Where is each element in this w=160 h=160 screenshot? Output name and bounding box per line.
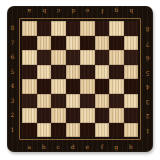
square-f6[interactable] — [95, 50, 110, 65]
rank-label: 1 — [142, 123, 153, 138]
square-d8[interactable] — [66, 21, 81, 36]
rank-label: 4 — [142, 79, 153, 94]
square-g5[interactable] — [109, 65, 124, 80]
square-a6[interactable] — [22, 50, 37, 65]
page-background: abcdefgh abcdefgh 87654321 87654321 — [0, 0, 160, 160]
file-label: f — [95, 6, 110, 17]
file-label: c — [51, 141, 66, 152]
square-g7[interactable] — [109, 36, 124, 51]
square-f1[interactable] — [95, 123, 110, 138]
square-e8[interactable] — [80, 21, 95, 36]
square-a1[interactable] — [22, 123, 37, 138]
square-g4[interactable] — [109, 79, 124, 94]
rank-label: 8 — [7, 21, 18, 36]
rank-label: 5 — [7, 65, 18, 80]
square-b2[interactable] — [37, 108, 52, 123]
square-c4[interactable] — [51, 79, 66, 94]
square-a2[interactable] — [22, 108, 37, 123]
square-c7[interactable] — [51, 36, 66, 51]
square-h2[interactable] — [124, 108, 139, 123]
square-f5[interactable] — [95, 65, 110, 80]
rank-label: 3 — [142, 94, 153, 109]
square-h4[interactable] — [124, 79, 139, 94]
square-d2[interactable] — [66, 108, 81, 123]
square-e6[interactable] — [80, 50, 95, 65]
square-a5[interactable] — [22, 65, 37, 80]
square-a3[interactable] — [22, 94, 37, 109]
square-g6[interactable] — [109, 50, 124, 65]
square-f8[interactable] — [95, 21, 110, 36]
file-label: a — [22, 141, 37, 152]
file-label: h — [124, 141, 139, 152]
square-g3[interactable] — [109, 94, 124, 109]
square-b6[interactable] — [37, 50, 52, 65]
square-d3[interactable] — [66, 94, 81, 109]
square-e5[interactable] — [80, 65, 95, 80]
board-squares — [22, 21, 138, 137]
square-g8[interactable] — [109, 21, 124, 36]
square-f3[interactable] — [95, 94, 110, 109]
square-b1[interactable] — [37, 123, 52, 138]
square-d4[interactable] — [66, 79, 81, 94]
square-h7[interactable] — [124, 36, 139, 51]
file-labels-top: abcdefgh — [22, 6, 138, 17]
rank-label: 2 — [142, 108, 153, 123]
square-e2[interactable] — [80, 108, 95, 123]
square-f2[interactable] — [95, 108, 110, 123]
square-f4[interactable] — [95, 79, 110, 94]
square-d7[interactable] — [66, 36, 81, 51]
rank-label: 3 — [7, 94, 18, 109]
square-c1[interactable] — [51, 123, 66, 138]
square-d6[interactable] — [66, 50, 81, 65]
rank-label: 2 — [7, 108, 18, 123]
square-d5[interactable] — [66, 65, 81, 80]
rank-labels-right: 87654321 — [142, 21, 153, 137]
file-label: h — [124, 6, 139, 17]
rank-label: 5 — [142, 65, 153, 80]
square-b4[interactable] — [37, 79, 52, 94]
square-c5[interactable] — [51, 65, 66, 80]
rank-labels-left: 87654321 — [7, 21, 18, 137]
square-c8[interactable] — [51, 21, 66, 36]
rank-label: 7 — [7, 36, 18, 51]
file-label: d — [66, 141, 81, 152]
file-labels-bottom: abcdefgh — [22, 141, 138, 152]
rank-label: 6 — [7, 50, 18, 65]
chess-board: abcdefgh abcdefgh 87654321 87654321 — [7, 6, 153, 152]
file-label: c — [51, 6, 66, 17]
square-g2[interactable] — [109, 108, 124, 123]
square-c2[interactable] — [51, 108, 66, 123]
square-b8[interactable] — [37, 21, 52, 36]
rank-label: 7 — [142, 36, 153, 51]
square-c6[interactable] — [51, 50, 66, 65]
square-a4[interactable] — [22, 79, 37, 94]
square-a7[interactable] — [22, 36, 37, 51]
square-h6[interactable] — [124, 50, 139, 65]
square-h1[interactable] — [124, 123, 139, 138]
file-label: g — [109, 6, 124, 17]
rank-label: 1 — [7, 123, 18, 138]
file-label: e — [80, 6, 95, 17]
file-label: e — [80, 141, 95, 152]
file-label: a — [22, 6, 37, 17]
square-e4[interactable] — [80, 79, 95, 94]
file-label: b — [37, 141, 52, 152]
square-e3[interactable] — [80, 94, 95, 109]
square-e7[interactable] — [80, 36, 95, 51]
square-h5[interactable] — [124, 65, 139, 80]
file-label: f — [95, 141, 110, 152]
square-b5[interactable] — [37, 65, 52, 80]
square-h8[interactable] — [124, 21, 139, 36]
file-label: g — [109, 141, 124, 152]
file-label: b — [37, 6, 52, 17]
rank-label: 8 — [142, 21, 153, 36]
square-f7[interactable] — [95, 36, 110, 51]
square-b7[interactable] — [37, 36, 52, 51]
square-b3[interactable] — [37, 94, 52, 109]
square-c3[interactable] — [51, 94, 66, 109]
square-a8[interactable] — [22, 21, 37, 36]
square-e1[interactable] — [80, 123, 95, 138]
rank-label: 6 — [142, 50, 153, 65]
square-h3[interactable] — [124, 94, 139, 109]
rank-label: 4 — [7, 79, 18, 94]
square-g1[interactable] — [109, 123, 124, 138]
file-label: d — [66, 6, 81, 17]
square-d1[interactable] — [66, 123, 81, 138]
